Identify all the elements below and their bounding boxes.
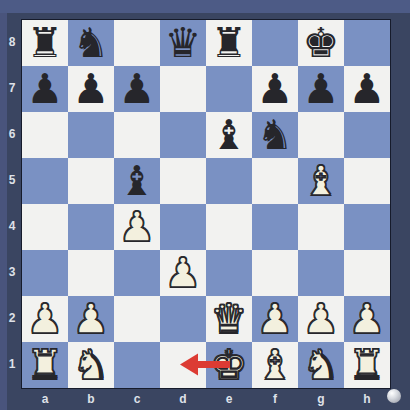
square-f6[interactable]: ♞: [252, 112, 298, 158]
square-c1[interactable]: [114, 342, 160, 388]
piece-white-bishop[interactable]: ♝: [257, 342, 294, 388]
square-h4[interactable]: [344, 204, 390, 250]
square-b7[interactable]: ♟: [68, 66, 114, 112]
square-f4[interactable]: [252, 204, 298, 250]
piece-white-pawn[interactable]: ♟: [73, 296, 110, 342]
square-e8[interactable]: ♜: [206, 20, 252, 66]
rank-label-3: 3: [4, 249, 20, 295]
piece-white-rook[interactable]: ♜: [27, 342, 64, 388]
square-b5[interactable]: [68, 158, 114, 204]
board-frame: ♜♞♛♜♚♟♟♟♟♟♟♝♞♝♝♟♟♟♟♛♟♟♟♜♞♚♝♞♜ 87654321 a…: [0, 0, 410, 410]
piece-black-queen[interactable]: ♛: [165, 20, 202, 66]
square-c8[interactable]: [114, 20, 160, 66]
square-g5[interactable]: ♝: [298, 158, 344, 204]
piece-white-pawn[interactable]: ♟: [165, 250, 202, 296]
square-e1[interactable]: ♚: [206, 342, 252, 388]
square-d6[interactable]: [160, 112, 206, 158]
square-b3[interactable]: [68, 250, 114, 296]
square-d2[interactable]: [160, 296, 206, 342]
square-g1[interactable]: ♞: [298, 342, 344, 388]
square-b4[interactable]: [68, 204, 114, 250]
file-label-b: b: [68, 390, 114, 408]
piece-white-knight[interactable]: ♞: [303, 342, 340, 388]
file-label-d: d: [160, 390, 206, 408]
square-c4[interactable]: ♟: [114, 204, 160, 250]
square-c3[interactable]: [114, 250, 160, 296]
chess-board[interactable]: ♜♞♛♜♚♟♟♟♟♟♟♝♞♝♝♟♟♟♟♛♟♟♟♜♞♚♝♞♜: [21, 19, 391, 389]
square-h2[interactable]: ♟: [344, 296, 390, 342]
piece-white-pawn[interactable]: ♟: [257, 296, 294, 342]
square-a6[interactable]: [22, 112, 68, 158]
square-h5[interactable]: [344, 158, 390, 204]
piece-white-pawn[interactable]: ♟: [119, 204, 156, 250]
piece-black-pawn[interactable]: ♟: [257, 66, 294, 112]
piece-white-pawn[interactable]: ♟: [303, 296, 340, 342]
piece-white-queen[interactable]: ♛: [211, 296, 248, 342]
rank-label-2: 2: [4, 295, 20, 341]
piece-black-king[interactable]: ♚: [303, 20, 340, 66]
square-g7[interactable]: ♟: [298, 66, 344, 112]
piece-black-pawn[interactable]: ♟: [303, 66, 340, 112]
square-c6[interactable]: [114, 112, 160, 158]
piece-white-bishop[interactable]: ♝: [303, 158, 340, 204]
square-g2[interactable]: ♟: [298, 296, 344, 342]
rank-label-6: 6: [4, 111, 20, 157]
file-label-f: f: [252, 390, 298, 408]
piece-black-bishop[interactable]: ♝: [211, 112, 248, 158]
piece-black-pawn[interactable]: ♟: [27, 66, 64, 112]
square-c7[interactable]: ♟: [114, 66, 160, 112]
square-c5[interactable]: ♝: [114, 158, 160, 204]
rank-label-1: 1: [4, 341, 20, 387]
square-h8[interactable]: [344, 20, 390, 66]
file-label-c: c: [114, 390, 160, 408]
square-d1[interactable]: [160, 342, 206, 388]
square-g3[interactable]: [298, 250, 344, 296]
piece-black-knight[interactable]: ♞: [73, 20, 110, 66]
piece-white-king[interactable]: ♚: [211, 342, 248, 388]
file-label-a: a: [22, 390, 68, 408]
piece-black-rook[interactable]: ♜: [27, 20, 64, 66]
square-f1[interactable]: ♝: [252, 342, 298, 388]
square-d5[interactable]: [160, 158, 206, 204]
square-b2[interactable]: ♟: [68, 296, 114, 342]
rank-label-5: 5: [4, 157, 20, 203]
piece-black-rook[interactable]: ♜: [211, 20, 248, 66]
rank-label-8: 8: [4, 19, 20, 65]
square-a5[interactable]: [22, 158, 68, 204]
square-e6[interactable]: ♝: [206, 112, 252, 158]
square-f3[interactable]: [252, 250, 298, 296]
square-a4[interactable]: [22, 204, 68, 250]
square-b6[interactable]: [68, 112, 114, 158]
rank-label-4: 4: [4, 203, 20, 249]
piece-white-pawn[interactable]: ♟: [27, 296, 64, 342]
square-d8[interactable]: ♛: [160, 20, 206, 66]
piece-black-knight[interactable]: ♞: [257, 112, 294, 158]
piece-black-pawn[interactable]: ♟: [73, 66, 110, 112]
piece-black-pawn[interactable]: ♟: [349, 66, 386, 112]
square-g8[interactable]: ♚: [298, 20, 344, 66]
square-a2[interactable]: ♟: [22, 296, 68, 342]
square-e5[interactable]: [206, 158, 252, 204]
square-f7[interactable]: ♟: [252, 66, 298, 112]
square-h6[interactable]: [344, 112, 390, 158]
square-e7[interactable]: [206, 66, 252, 112]
piece-white-pawn[interactable]: ♟: [349, 296, 386, 342]
square-b8[interactable]: ♞: [68, 20, 114, 66]
square-h3[interactable]: [344, 250, 390, 296]
square-g6[interactable]: [298, 112, 344, 158]
file-label-g: g: [298, 390, 344, 408]
square-h1[interactable]: ♜: [344, 342, 390, 388]
file-label-e: e: [206, 390, 252, 408]
square-e4[interactable]: [206, 204, 252, 250]
piece-black-bishop[interactable]: ♝: [119, 158, 156, 204]
file-label-h: h: [344, 390, 390, 408]
square-a1[interactable]: ♜: [22, 342, 68, 388]
square-d3[interactable]: ♟: [160, 250, 206, 296]
piece-white-knight[interactable]: ♞: [73, 342, 110, 388]
square-f5[interactable]: [252, 158, 298, 204]
square-e3[interactable]: [206, 250, 252, 296]
square-g4[interactable]: [298, 204, 344, 250]
square-e2[interactable]: ♛: [206, 296, 252, 342]
square-a3[interactable]: [22, 250, 68, 296]
square-f2[interactable]: ♟: [252, 296, 298, 342]
square-c2[interactable]: [114, 296, 160, 342]
piece-black-pawn[interactable]: ♟: [119, 66, 156, 112]
square-d4[interactable]: [160, 204, 206, 250]
square-a7[interactable]: ♟: [22, 66, 68, 112]
piece-white-rook[interactable]: ♜: [349, 342, 386, 388]
square-a8[interactable]: ♜: [22, 20, 68, 66]
square-d7[interactable]: [160, 66, 206, 112]
square-b1[interactable]: ♞: [68, 342, 114, 388]
corner-ball-icon: [387, 389, 401, 403]
frame-top-edge: [0, 0, 410, 13]
square-f8[interactable]: [252, 20, 298, 66]
rank-label-7: 7: [4, 65, 20, 111]
square-h7[interactable]: ♟: [344, 66, 390, 112]
